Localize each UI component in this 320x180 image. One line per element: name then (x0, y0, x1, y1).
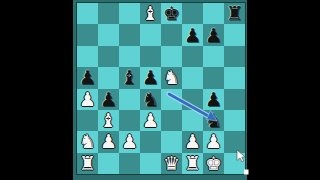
square-h5[interactable] (224, 67, 245, 88)
square-h8[interactable]: ♜ (224, 3, 245, 24)
square-g7[interactable]: ♟ (203, 24, 224, 45)
square-g3[interactable]: ♞ (203, 110, 224, 131)
square-c2[interactable]: ♟ (119, 131, 140, 152)
black-pawn-piece[interactable]: ♟ (205, 25, 222, 44)
square-b6[interactable] (98, 46, 119, 67)
square-f2[interactable]: ♟ (182, 131, 203, 152)
square-g1[interactable]: ♚ (203, 153, 224, 174)
square-a5[interactable]: ♟ (77, 67, 98, 88)
black-bishop-piece[interactable]: ♝ (121, 68, 138, 87)
square-g6[interactable] (203, 46, 224, 67)
square-b5[interactable] (98, 67, 119, 88)
square-d3[interactable]: ♟ (140, 110, 161, 131)
square-g4[interactable]: ♟ (203, 89, 224, 110)
black-knight-piece[interactable]: ♞ (205, 111, 222, 130)
square-h1[interactable] (224, 153, 245, 174)
square-c8[interactable] (119, 3, 140, 24)
square-d5[interactable]: ♟ (140, 67, 161, 88)
square-e3[interactable] (161, 110, 182, 131)
square-a1[interactable]: ♜ (77, 153, 98, 174)
square-e6[interactable] (161, 46, 182, 67)
black-pawn-piece[interactable]: ♟ (142, 68, 159, 87)
square-f1[interactable]: ♜ (182, 153, 203, 174)
white-knight-piece[interactable]: ♞ (163, 68, 180, 87)
square-h4[interactable] (224, 89, 245, 110)
square-b8[interactable] (98, 3, 119, 24)
square-b4[interactable]: ♟ (98, 89, 119, 110)
square-f8[interactable] (182, 3, 203, 24)
square-a3[interactable] (77, 110, 98, 131)
square-d6[interactable] (140, 46, 161, 67)
square-f5[interactable] (182, 67, 203, 88)
square-e7[interactable] (161, 24, 182, 45)
square-e4[interactable] (161, 89, 182, 110)
square-c4[interactable] (119, 89, 140, 110)
square-f4[interactable] (182, 89, 203, 110)
square-b2[interactable]: ♟ (98, 131, 119, 152)
square-b7[interactable] (98, 24, 119, 45)
square-h6[interactable] (224, 46, 245, 67)
white-pawn-piece[interactable]: ♟ (79, 89, 96, 108)
black-pawn-piece[interactable]: ♟ (205, 89, 222, 108)
square-d7[interactable] (140, 24, 161, 45)
black-pawn-piece[interactable]: ♟ (79, 68, 96, 87)
chess-board[interactable]: ♝♚♜♟♟♟♝♟♞♟♟♞♟♝♟♞♞♟♟♟♟♜♛♜♚ (77, 3, 245, 174)
square-f7[interactable]: ♟ (182, 24, 203, 45)
white-pawn-piece[interactable]: ♟ (100, 132, 117, 151)
square-b1[interactable] (98, 153, 119, 174)
square-c7[interactable] (119, 24, 140, 45)
black-knight-piece[interactable]: ♞ (142, 89, 159, 108)
square-d1[interactable] (140, 153, 161, 174)
white-queen-piece[interactable]: ♛ (163, 153, 180, 172)
square-d8[interactable]: ♝ (140, 3, 161, 24)
white-rook-piece[interactable]: ♜ (79, 153, 96, 172)
square-f6[interactable] (182, 46, 203, 67)
square-d2[interactable] (140, 131, 161, 152)
black-king-piece[interactable]: ♚ (163, 4, 180, 23)
white-pawn-piece[interactable]: ♟ (121, 132, 138, 151)
square-a8[interactable] (77, 3, 98, 24)
white-bishop-piece[interactable]: ♝ (100, 111, 117, 130)
chess-board-frame: ♝♚♜♟♟♟♝♟♞♟♟♞♟♝♟♞♞♟♟♟♟♜♛♜♚ (72, 0, 248, 180)
white-knight-piece[interactable]: ♞ (79, 132, 96, 151)
white-bishop-piece[interactable]: ♝ (142, 4, 159, 23)
square-e2[interactable] (161, 131, 182, 152)
square-c5[interactable]: ♝ (119, 67, 140, 88)
square-a6[interactable] (77, 46, 98, 67)
square-c1[interactable] (119, 153, 140, 174)
black-pawn-piece[interactable]: ♟ (184, 25, 201, 44)
white-pawn-piece[interactable]: ♟ (184, 132, 201, 151)
square-g8[interactable] (203, 3, 224, 24)
square-e5[interactable]: ♞ (161, 67, 182, 88)
square-f3[interactable] (182, 110, 203, 131)
black-rook-piece[interactable]: ♜ (226, 4, 243, 23)
square-e1[interactable]: ♛ (161, 153, 182, 174)
square-h7[interactable] (224, 24, 245, 45)
video-frame: ♝♚♜♟♟♟♝♟♞♟♟♞♟♝♟♞♞♟♟♟♟♜♛♜♚ (0, 0, 320, 180)
square-a7[interactable] (77, 24, 98, 45)
black-pawn-piece[interactable]: ♟ (100, 89, 117, 108)
white-pawn-piece[interactable]: ♟ (205, 132, 222, 151)
square-h3[interactable] (224, 110, 245, 131)
white-rook-piece[interactable]: ♜ (184, 153, 201, 172)
square-a4[interactable]: ♟ (77, 89, 98, 110)
square-d4[interactable]: ♞ (140, 89, 161, 110)
white-king-piece[interactable]: ♚ (205, 153, 222, 172)
square-b3[interactable]: ♝ (98, 110, 119, 131)
square-g2[interactable]: ♟ (203, 131, 224, 152)
white-pawn-piece[interactable]: ♟ (142, 111, 159, 130)
square-e8[interactable]: ♚ (161, 3, 182, 24)
square-h2[interactable] (224, 131, 245, 152)
square-c6[interactable] (119, 46, 140, 67)
square-g5[interactable] (203, 67, 224, 88)
square-a2[interactable]: ♞ (77, 131, 98, 152)
square-c3[interactable] (119, 110, 140, 131)
